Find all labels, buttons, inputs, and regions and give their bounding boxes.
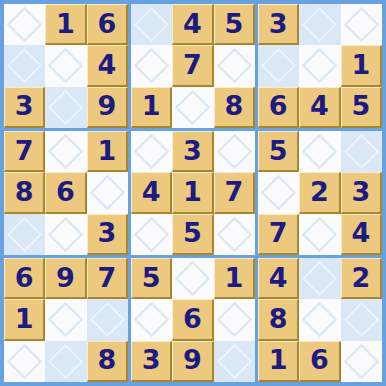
cell-r7c2: 9: [45, 258, 86, 299]
given-digit: 7: [97, 264, 116, 291]
cell-r5c1: 8: [4, 172, 45, 213]
diamond-icon: [134, 302, 169, 337]
diamond-icon: [302, 134, 337, 169]
cell-r8c8[interactable]: [299, 299, 340, 340]
diamond-icon: [90, 175, 125, 210]
diamond-icon: [217, 134, 252, 169]
cell-r2c8[interactable]: [299, 45, 340, 86]
cell-r8c5: 6: [172, 299, 213, 340]
diamond-icon: [302, 261, 337, 296]
cell-r2c6[interactable]: [214, 45, 255, 86]
diamond-icon: [7, 344, 42, 379]
diamond-icon: [7, 7, 42, 42]
given-digit: 1: [224, 264, 243, 291]
cell-r1c7: 3: [258, 4, 299, 45]
cell-r3c6: 8: [214, 87, 255, 128]
cell-r8c6[interactable]: [214, 299, 255, 340]
cell-r8c3[interactable]: [87, 299, 128, 340]
given-digit: 8: [269, 305, 288, 332]
cell-r5c4: 4: [131, 172, 172, 213]
given-digit: 6: [56, 178, 75, 205]
cell-r4c2[interactable]: [45, 131, 86, 172]
given-digit: 4: [142, 178, 161, 205]
cell-r5c9: 3: [341, 172, 382, 213]
given-digit: 3: [269, 10, 288, 37]
cell-r5c5: 1: [172, 172, 213, 213]
cell-r5c3[interactable]: [87, 172, 128, 213]
diamond-icon: [261, 175, 296, 210]
diamond-icon: [217, 48, 252, 83]
cell-r9c4: 3: [131, 341, 172, 382]
given-digit: 3: [142, 346, 161, 373]
cell-r8c9[interactable]: [341, 299, 382, 340]
diamond-icon: [302, 217, 337, 252]
diamond-icon: [302, 302, 337, 337]
cell-r6c6[interactable]: [214, 214, 255, 255]
cell-r2c3: 4: [87, 45, 128, 86]
diamond-icon: [48, 344, 83, 379]
diamond-icon: [90, 302, 125, 337]
cell-r6c2[interactable]: [45, 214, 86, 255]
diamond-icon: [7, 217, 42, 252]
box-r2c2: 34175: [131, 131, 255, 255]
diamond-icon: [48, 302, 83, 337]
diamond-icon: [48, 48, 83, 83]
given-digit: 8: [224, 92, 243, 119]
given-digit: 5: [351, 92, 370, 119]
cell-r7c5[interactable]: [172, 258, 213, 299]
box-r1c3: 31645: [258, 4, 382, 128]
box-r3c3: 42816: [258, 258, 382, 382]
diamond-icon: [175, 261, 210, 296]
sudoku-board: 1643945718316457186334175523746971851639…: [0, 0, 386, 386]
given-digit: 7: [183, 51, 202, 78]
cell-r4c9[interactable]: [341, 131, 382, 172]
given-digit: 2: [310, 178, 329, 205]
given-digit: 7: [224, 178, 243, 205]
given-digit: 4: [351, 219, 370, 246]
cell-r1c4[interactable]: [131, 4, 172, 45]
diamond-icon: [48, 90, 83, 125]
given-digit: 9: [183, 346, 202, 373]
diamond-icon: [134, 7, 169, 42]
cell-r3c4: 1: [131, 87, 172, 128]
box-r3c2: 51639: [131, 258, 255, 382]
given-digit: 1: [56, 10, 75, 37]
cell-r1c6: 5: [214, 4, 255, 45]
given-digit: 6: [183, 305, 202, 332]
cell-r2c4[interactable]: [131, 45, 172, 86]
diamond-icon: [175, 90, 210, 125]
cell-r4c6[interactable]: [214, 131, 255, 172]
cell-r7c7: 4: [258, 258, 299, 299]
cell-r5c6: 7: [214, 172, 255, 213]
cell-r2c5: 7: [172, 45, 213, 86]
cell-r3c5[interactable]: [172, 87, 213, 128]
cell-r4c4[interactable]: [131, 131, 172, 172]
cell-r2c1[interactable]: [4, 45, 45, 86]
cell-r3c7: 6: [258, 87, 299, 128]
cell-r9c7: 1: [258, 341, 299, 382]
cell-r7c4: 5: [131, 258, 172, 299]
cell-r1c5: 4: [172, 4, 213, 45]
cell-r5c2: 6: [45, 172, 86, 213]
given-digit: 4: [310, 92, 329, 119]
given-digit: 1: [183, 178, 202, 205]
given-digit: 3: [15, 92, 34, 119]
box-r1c2: 45718: [131, 4, 255, 128]
cell-r9c2[interactable]: [45, 341, 86, 382]
cell-r6c8[interactable]: [299, 214, 340, 255]
diamond-icon: [261, 48, 296, 83]
given-digit: 8: [15, 178, 34, 205]
diamond-icon: [344, 344, 379, 379]
cell-r2c7[interactable]: [258, 45, 299, 86]
given-digit: 3: [351, 178, 370, 205]
box-r3c1: 69718: [4, 258, 128, 382]
given-digit: 1: [97, 137, 116, 164]
cell-r6c9: 4: [341, 214, 382, 255]
cell-r4c7: 5: [258, 131, 299, 172]
cell-r9c9[interactable]: [341, 341, 382, 382]
cell-r3c2[interactable]: [45, 87, 86, 128]
cell-r8c1: 1: [4, 299, 45, 340]
diamond-icon: [302, 7, 337, 42]
cell-r4c1: 7: [4, 131, 45, 172]
diamond-icon: [7, 48, 42, 83]
cell-r6c1[interactable]: [4, 214, 45, 255]
given-digit: 1: [269, 346, 288, 373]
cell-r6c7: 7: [258, 214, 299, 255]
given-digit: 6: [97, 10, 116, 37]
cell-r8c4[interactable]: [131, 299, 172, 340]
diamond-icon: [134, 134, 169, 169]
cell-r7c8[interactable]: [299, 258, 340, 299]
cell-r6c4[interactable]: [131, 214, 172, 255]
cell-r4c8[interactable]: [299, 131, 340, 172]
diamond-icon: [134, 217, 169, 252]
given-digit: 1: [351, 51, 370, 78]
given-digit: 7: [269, 219, 288, 246]
cell-r9c5: 9: [172, 341, 213, 382]
given-digit: 2: [351, 264, 370, 291]
cell-r1c9[interactable]: [341, 4, 382, 45]
diamond-icon: [217, 302, 252, 337]
cell-r3c1: 3: [4, 87, 45, 128]
given-digit: 3: [183, 137, 202, 164]
cell-r7c1: 6: [4, 258, 45, 299]
cell-r7c9: 2: [341, 258, 382, 299]
cell-r8c7: 8: [258, 299, 299, 340]
diamond-icon: [344, 7, 379, 42]
given-digit: 4: [97, 51, 116, 78]
diamond-icon: [344, 134, 379, 169]
given-digit: 1: [142, 92, 161, 119]
diamond-icon: [217, 217, 252, 252]
given-digit: 5: [142, 264, 161, 291]
given-digit: 6: [15, 264, 34, 291]
cell-r8c2[interactable]: [45, 299, 86, 340]
given-digit: 9: [56, 264, 75, 291]
given-digit: 7: [15, 137, 34, 164]
given-digit: 3: [97, 219, 116, 246]
diamond-icon: [134, 48, 169, 83]
cell-r3c8: 4: [299, 87, 340, 128]
cell-r9c3: 8: [87, 341, 128, 382]
cell-r9c1[interactable]: [4, 341, 45, 382]
diamond-icon: [344, 302, 379, 337]
cell-r4c5: 3: [172, 131, 213, 172]
cell-r1c2: 1: [45, 4, 86, 45]
diamond-icon: [217, 344, 252, 379]
box-r2c3: 52374: [258, 131, 382, 255]
given-digit: 9: [97, 92, 116, 119]
cell-r3c9: 5: [341, 87, 382, 128]
given-digit: 5: [269, 137, 288, 164]
diamond-icon: [48, 217, 83, 252]
cell-r1c1[interactable]: [4, 4, 45, 45]
cell-r3c3: 9: [87, 87, 128, 128]
cell-r2c9: 1: [341, 45, 382, 86]
given-digit: 4: [183, 10, 202, 37]
box-r2c1: 71863: [4, 131, 128, 255]
cell-r7c3: 7: [87, 258, 128, 299]
cell-r1c3: 6: [87, 4, 128, 45]
diamond-icon: [302, 48, 337, 83]
given-digit: 4: [269, 264, 288, 291]
cell-r7c6: 1: [214, 258, 255, 299]
given-digit: 5: [224, 10, 243, 37]
cell-r5c8: 2: [299, 172, 340, 213]
given-digit: 1: [15, 305, 34, 332]
diamond-icon: [48, 134, 83, 169]
cell-r5c7[interactable]: [258, 172, 299, 213]
cell-r6c5: 5: [172, 214, 213, 255]
box-r1c1: 16439: [4, 4, 128, 128]
cell-r9c8: 6: [299, 341, 340, 382]
cell-r9c6[interactable]: [214, 341, 255, 382]
given-digit: 6: [269, 92, 288, 119]
cell-r2c2[interactable]: [45, 45, 86, 86]
cell-r4c3: 1: [87, 131, 128, 172]
given-digit: 5: [183, 219, 202, 246]
cell-r1c8[interactable]: [299, 4, 340, 45]
given-digit: 6: [310, 346, 329, 373]
cell-r6c3: 3: [87, 214, 128, 255]
given-digit: 8: [97, 346, 116, 373]
